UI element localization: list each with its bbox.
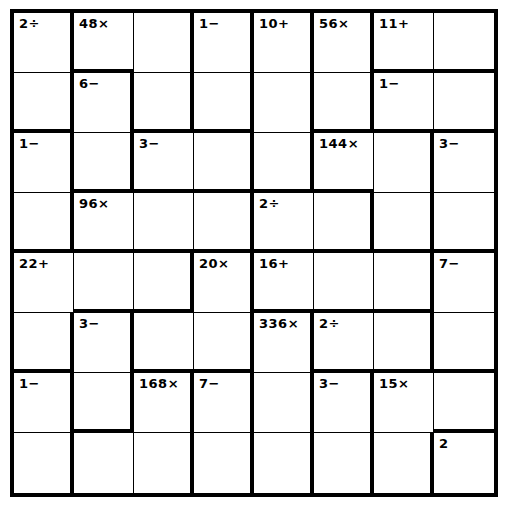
cell-r2c7[interactable]: 1− <box>374 73 434 133</box>
cage-clue: 2÷ <box>319 316 340 331</box>
cell-r1c5[interactable]: 10+ <box>254 13 314 73</box>
cage-clue: 3− <box>439 136 460 151</box>
cell-r7c3[interactable]: 168× <box>134 373 194 433</box>
cage-clue: 336× <box>259 316 299 331</box>
cell-r3c2[interactable] <box>74 133 134 193</box>
cell-r7c8[interactable] <box>434 373 494 433</box>
cell-r6c1[interactable] <box>14 313 74 373</box>
cell-r8c4[interactable] <box>194 433 254 493</box>
cell-r4c8[interactable] <box>434 193 494 253</box>
cell-r6c3[interactable] <box>134 313 194 373</box>
cage-clue: 2÷ <box>259 196 280 211</box>
cage-clue: 20× <box>199 256 229 271</box>
cell-r3c6[interactable]: 144× <box>314 133 374 193</box>
cell-r5c2[interactable] <box>74 253 134 313</box>
kenken-board: 2÷48×1−10+56×11+6−1−1−3−144×3−96×2÷22+20… <box>10 9 498 497</box>
cage-clue: 22+ <box>19 256 49 271</box>
cage-clue: 15× <box>379 376 409 391</box>
cell-r2c3[interactable] <box>134 73 194 133</box>
cell-r7c1[interactable]: 1− <box>14 373 74 433</box>
cell-r5c7[interactable] <box>374 253 434 313</box>
cell-r3c7[interactable] <box>374 133 434 193</box>
cage-clue: 1− <box>19 376 40 391</box>
cell-r6c6[interactable]: 2÷ <box>314 313 374 373</box>
cell-r8c6[interactable] <box>314 433 374 493</box>
cell-r7c5[interactable] <box>254 373 314 433</box>
cell-r2c6[interactable] <box>314 73 374 133</box>
cell-r4c6[interactable] <box>314 193 374 253</box>
cell-r5c1[interactable]: 22+ <box>14 253 74 313</box>
cell-r8c2[interactable] <box>74 433 134 493</box>
cell-r4c7[interactable] <box>374 193 434 253</box>
cell-r5c5[interactable]: 16+ <box>254 253 314 313</box>
cell-r1c7[interactable]: 11+ <box>374 13 434 73</box>
cage-clue: 2 <box>439 436 449 451</box>
cage-clue: 16+ <box>259 256 289 271</box>
cage-clue: 1− <box>199 16 220 31</box>
cell-r6c8[interactable] <box>434 313 494 373</box>
cell-r8c1[interactable] <box>14 433 74 493</box>
cell-r3c8[interactable]: 3− <box>434 133 494 193</box>
cell-r2c4[interactable] <box>194 73 254 133</box>
cage-clue: 2÷ <box>19 16 40 31</box>
cell-r1c4[interactable]: 1− <box>194 13 254 73</box>
cage-clue: 48× <box>79 16 109 31</box>
cell-r6c5[interactable]: 336× <box>254 313 314 373</box>
cell-r4c4[interactable] <box>194 193 254 253</box>
cell-r1c8[interactable] <box>434 13 494 73</box>
cell-r7c4[interactable]: 7− <box>194 373 254 433</box>
cell-r8c7[interactable] <box>374 433 434 493</box>
cell-r6c7[interactable] <box>374 313 434 373</box>
cell-r5c4[interactable]: 20× <box>194 253 254 313</box>
cell-r8c5[interactable] <box>254 433 314 493</box>
cell-r7c2[interactable] <box>74 373 134 433</box>
cell-r4c5[interactable]: 2÷ <box>254 193 314 253</box>
cell-r2c1[interactable] <box>14 73 74 133</box>
cell-r3c3[interactable]: 3− <box>134 133 194 193</box>
cell-r1c2[interactable]: 48× <box>74 13 134 73</box>
cell-r3c1[interactable]: 1− <box>14 133 74 193</box>
cell-r2c5[interactable] <box>254 73 314 133</box>
cell-r2c8[interactable] <box>434 73 494 133</box>
cage-clue: 144× <box>319 136 359 151</box>
cell-r4c3[interactable] <box>134 193 194 253</box>
cage-clue: 168× <box>139 376 179 391</box>
cell-r5c6[interactable] <box>314 253 374 313</box>
cage-clue: 7− <box>199 376 220 391</box>
cell-r1c3[interactable] <box>134 13 194 73</box>
cell-r8c8[interactable]: 2 <box>434 433 494 493</box>
cell-r5c3[interactable] <box>134 253 194 313</box>
cell-r1c1[interactable]: 2÷ <box>14 13 74 73</box>
cage-clue: 56× <box>319 16 349 31</box>
kenken-puzzle-screen: 2÷48×1−10+56×11+6−1−1−3−144×3−96×2÷22+20… <box>0 0 512 512</box>
cell-r8c3[interactable] <box>134 433 194 493</box>
cage-clue: 6− <box>79 76 100 91</box>
cage-clue: 3− <box>319 376 340 391</box>
cell-r5c8[interactable]: 7− <box>434 253 494 313</box>
cage-clue: 10+ <box>259 16 289 31</box>
cell-r7c6[interactable]: 3− <box>314 373 374 433</box>
cell-r4c2[interactable]: 96× <box>74 193 134 253</box>
cell-r6c4[interactable] <box>194 313 254 373</box>
cell-r3c5[interactable] <box>254 133 314 193</box>
cage-clue: 3− <box>79 316 100 331</box>
cell-r4c1[interactable] <box>14 193 74 253</box>
cell-r1c6[interactable]: 56× <box>314 13 374 73</box>
cage-clue: 7− <box>439 256 460 271</box>
cell-r3c4[interactable] <box>194 133 254 193</box>
cage-clue: 3− <box>139 136 160 151</box>
cage-clue: 96× <box>79 196 109 211</box>
cell-r7c7[interactable]: 15× <box>374 373 434 433</box>
cage-clue: 11+ <box>379 16 409 31</box>
cell-r2c2[interactable]: 6− <box>74 73 134 133</box>
cage-clue: 1− <box>19 136 40 151</box>
cell-r6c2[interactable]: 3− <box>74 313 134 373</box>
cage-clue: 1− <box>379 76 400 91</box>
